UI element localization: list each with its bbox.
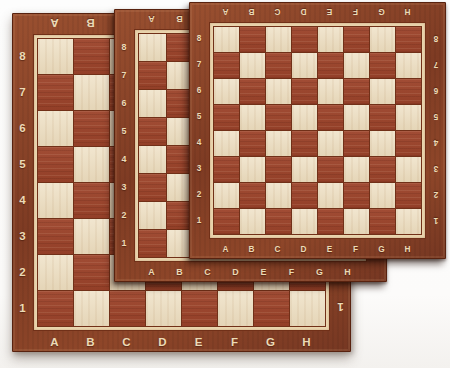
rank-label: 3 [12, 218, 33, 253]
square-h8 [396, 27, 421, 52]
rank-label: 5 [12, 146, 33, 181]
square-a6 [38, 111, 73, 146]
file-label: E [250, 262, 277, 282]
file-label: D [291, 2, 316, 22]
square-h5 [396, 105, 421, 130]
file-label: E [181, 331, 216, 352]
square-a2 [38, 255, 73, 290]
file-label: F [343, 2, 368, 22]
square-a1 [214, 209, 239, 234]
square-d7 [292, 53, 317, 78]
square-b4 [74, 183, 109, 218]
square-a8 [38, 39, 73, 74]
rank-label: 3 [426, 156, 446, 181]
square-a5 [38, 147, 73, 182]
square-h1 [290, 291, 325, 326]
square-c8 [266, 27, 291, 52]
product-photo-three-chessboards: ABCDEFGHABCDEFGH8765432187654321 ABCDEFG… [0, 0, 450, 368]
file-label: F [217, 331, 252, 352]
square-f7 [344, 53, 369, 78]
square-d3 [292, 157, 317, 182]
square-a2 [214, 183, 239, 208]
rank-label: 1 [114, 229, 134, 256]
square-e7 [318, 53, 343, 78]
file-label: F [343, 239, 368, 259]
square-b5 [240, 105, 265, 130]
file-labels-bottom: ABCDEFGH [37, 331, 324, 352]
file-label: B [239, 2, 264, 22]
square-a7 [214, 53, 239, 78]
rank-label: 7 [189, 52, 209, 77]
square-b7 [74, 75, 109, 110]
square-e1 [182, 291, 217, 326]
square-f8 [344, 27, 369, 52]
square-c1 [266, 209, 291, 234]
rank-label: 8 [12, 38, 33, 73]
file-label: G [253, 331, 288, 352]
square-d5 [292, 105, 317, 130]
square-a4 [38, 183, 73, 218]
square-c7 [266, 53, 291, 78]
square-a4 [139, 146, 166, 173]
rank-label: 8 [114, 33, 134, 60]
square-a3 [38, 219, 73, 254]
file-label: H [334, 262, 361, 282]
file-label: H [289, 331, 324, 352]
rank-label: 8 [426, 26, 446, 51]
square-h1 [396, 209, 421, 234]
square-d8 [292, 27, 317, 52]
square-a5 [139, 118, 166, 145]
rank-label: 2 [426, 182, 446, 207]
rank-label: 6 [114, 89, 134, 116]
square-a1 [38, 291, 73, 326]
square-h2 [396, 183, 421, 208]
square-b1 [240, 209, 265, 234]
rank-label: 2 [189, 182, 209, 207]
square-b5 [74, 147, 109, 182]
file-label: C [194, 262, 221, 282]
file-label: B [239, 239, 264, 259]
rank-label: 1 [330, 290, 351, 325]
square-a8 [214, 27, 239, 52]
file-label: A [138, 9, 165, 29]
rank-labels-left: 87654321 [114, 33, 134, 256]
square-f5 [344, 105, 369, 130]
square-b1 [74, 291, 109, 326]
square-a7 [139, 62, 166, 89]
square-a5 [214, 105, 239, 130]
square-g2 [370, 183, 395, 208]
square-d2 [292, 183, 317, 208]
square-a1 [139, 230, 166, 257]
square-h3 [396, 157, 421, 182]
file-label: A [213, 2, 238, 22]
square-f4 [344, 131, 369, 156]
rank-label: 2 [114, 201, 134, 228]
file-label: E [317, 2, 342, 22]
square-f6 [344, 79, 369, 104]
file-labels-bottom: ABCDEFGH [213, 239, 420, 259]
square-g3 [370, 157, 395, 182]
square-g5 [370, 105, 395, 130]
square-a4 [214, 131, 239, 156]
file-label: F [278, 262, 305, 282]
square-a3 [139, 174, 166, 201]
file-label: G [369, 239, 394, 259]
rank-label: 7 [426, 52, 446, 77]
square-g1 [370, 209, 395, 234]
square-e2 [318, 183, 343, 208]
file-label: H [395, 239, 420, 259]
square-g7 [370, 53, 395, 78]
square-d4 [292, 131, 317, 156]
square-g8 [370, 27, 395, 52]
file-label: E [317, 239, 342, 259]
file-label: C [265, 239, 290, 259]
square-c4 [266, 131, 291, 156]
square-g1 [254, 291, 289, 326]
file-label: D [222, 262, 249, 282]
square-c2 [266, 183, 291, 208]
square-e4 [318, 131, 343, 156]
square-a6 [139, 90, 166, 117]
file-label: D [145, 331, 180, 352]
board-grid [213, 26, 422, 235]
file-label: A [213, 239, 238, 259]
file-label: B [73, 331, 108, 352]
square-h4 [396, 131, 421, 156]
rank-label: 4 [189, 130, 209, 155]
square-c3 [266, 157, 291, 182]
square-e1 [318, 209, 343, 234]
square-b4 [240, 131, 265, 156]
square-b3 [240, 157, 265, 182]
rank-label: 5 [114, 117, 134, 144]
square-d6 [292, 79, 317, 104]
square-e6 [318, 79, 343, 104]
square-d1 [292, 209, 317, 234]
file-label: D [291, 239, 316, 259]
square-c6 [266, 79, 291, 104]
rank-label: 3 [114, 173, 134, 200]
square-b2 [74, 255, 109, 290]
square-e5 [318, 105, 343, 130]
square-e3 [318, 157, 343, 182]
rank-label: 6 [189, 78, 209, 103]
board-margin [209, 22, 426, 239]
square-h7 [396, 53, 421, 78]
square-b2 [240, 183, 265, 208]
file-label: B [73, 13, 108, 34]
rank-label: 7 [12, 74, 33, 109]
square-f2 [344, 183, 369, 208]
rank-label: 5 [189, 104, 209, 129]
rank-label: 2 [12, 254, 33, 289]
rank-label: 8 [189, 26, 209, 51]
file-label: H [395, 2, 420, 22]
rank-label: 4 [12, 182, 33, 217]
rank-labels-right: 87654321 [426, 26, 446, 233]
rank-labels-left: 87654321 [12, 38, 33, 325]
square-b6 [74, 111, 109, 146]
file-label: G [306, 262, 333, 282]
file-label: C [265, 2, 290, 22]
file-label: B [166, 262, 193, 282]
square-b6 [240, 79, 265, 104]
file-label: A [138, 262, 165, 282]
square-b3 [74, 219, 109, 254]
square-b7 [240, 53, 265, 78]
rank-label: 6 [12, 110, 33, 145]
square-g4 [370, 131, 395, 156]
file-label: C [109, 331, 144, 352]
file-label: A [37, 331, 72, 352]
square-b8 [240, 27, 265, 52]
rank-labels-left: 87654321 [189, 26, 209, 233]
square-a8 [139, 34, 166, 61]
file-labels-bottom: ABCDEFGH [138, 262, 361, 282]
rank-label: 5 [426, 104, 446, 129]
square-a2 [139, 202, 166, 229]
square-a6 [214, 79, 239, 104]
rank-label: 1 [12, 290, 33, 325]
rank-label: 6 [426, 78, 446, 103]
square-c5 [266, 105, 291, 130]
square-c1 [110, 291, 145, 326]
square-h6 [396, 79, 421, 104]
square-f3 [344, 157, 369, 182]
square-f1 [218, 291, 253, 326]
square-e8 [318, 27, 343, 52]
file-labels-top: ABCDEFGH [213, 2, 420, 22]
rank-label: 3 [189, 156, 209, 181]
square-b8 [74, 39, 109, 74]
file-label: A [37, 13, 72, 34]
rank-label: 1 [426, 208, 446, 233]
rank-label: 4 [426, 130, 446, 155]
square-g6 [370, 79, 395, 104]
square-f1 [344, 209, 369, 234]
square-a3 [214, 157, 239, 182]
rank-label: 7 [114, 61, 134, 88]
rank-label: 4 [114, 145, 134, 172]
chess-board-front: ABCDEFGHABCDEFGH8765432187654321 [189, 2, 446, 259]
file-label: G [369, 2, 394, 22]
square-d1 [146, 291, 181, 326]
square-a7 [38, 75, 73, 110]
rank-label: 1 [189, 208, 209, 233]
